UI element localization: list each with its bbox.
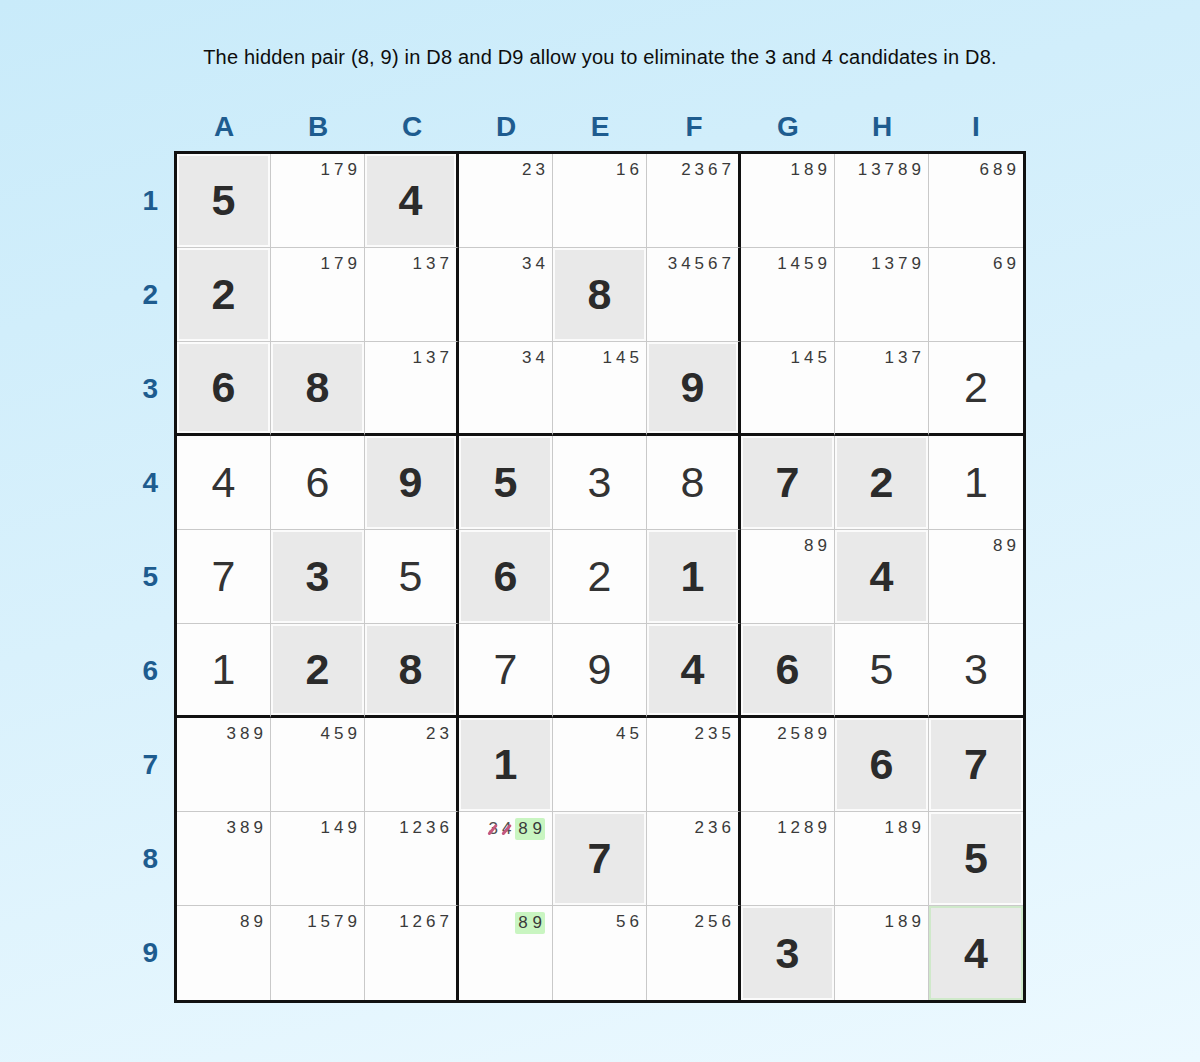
row-header-9: 9 bbox=[122, 906, 174, 1000]
cell-E1[interactable]: 16 bbox=[553, 154, 647, 248]
candidate: 5 bbox=[804, 254, 813, 274]
cell-candidates: 256 bbox=[695, 912, 731, 932]
cell-candidates: 459 bbox=[321, 724, 357, 744]
cell-I3[interactable]: 2 bbox=[929, 342, 1023, 436]
cell-A9[interactable]: 89 bbox=[177, 906, 271, 1000]
candidate: 8 bbox=[898, 912, 907, 932]
candidate: 1 bbox=[603, 348, 612, 368]
candidate: 1 bbox=[885, 348, 894, 368]
candidate: 6 bbox=[722, 818, 731, 838]
cell-candidates: 149 bbox=[321, 818, 357, 838]
candidate: 5 bbox=[722, 724, 731, 744]
candidate: 9 bbox=[348, 160, 357, 180]
candidate: 3 bbox=[695, 160, 704, 180]
cell-value: 6 bbox=[271, 436, 364, 529]
candidate: 6 bbox=[440, 818, 449, 838]
candidate: 2 bbox=[426, 724, 435, 744]
candidate: 1 bbox=[791, 348, 800, 368]
cell-value: 3 bbox=[741, 906, 834, 1000]
cell-G7[interactable]: 2589 bbox=[741, 718, 835, 812]
candidate: 2 bbox=[777, 724, 786, 744]
cell-value: 9 bbox=[647, 342, 738, 433]
board-corner-spacer bbox=[122, 109, 174, 151]
cell-value: 1 bbox=[929, 436, 1023, 529]
cell-value: 5 bbox=[177, 154, 270, 247]
cell-A4[interactable]: 4 bbox=[177, 436, 271, 530]
cell-candidates: 137 bbox=[413, 254, 449, 274]
column-header-I: I bbox=[929, 111, 1023, 151]
cell-value: 4 bbox=[835, 530, 928, 623]
cell-F5[interactable]: 1 bbox=[647, 530, 741, 624]
cell-candidates: 56 bbox=[616, 912, 639, 932]
cell-value: 9 bbox=[365, 436, 456, 529]
candidate: 9 bbox=[348, 912, 357, 932]
candidate: 4 bbox=[681, 254, 690, 274]
cell-F2[interactable]: 34567 bbox=[647, 248, 741, 342]
row-headers: 123456789 bbox=[122, 151, 174, 1003]
cell-I6[interactable]: 3 bbox=[929, 624, 1023, 718]
cell-A2[interactable]: 2 bbox=[177, 248, 271, 342]
candidate: 5 bbox=[616, 912, 625, 932]
cell-candidates: 389 bbox=[227, 724, 263, 744]
cell-value: 4 bbox=[365, 154, 456, 247]
candidate: 1 bbox=[321, 254, 330, 274]
cell-G8[interactable]: 1289 bbox=[741, 812, 835, 906]
cell-candidates: 34 bbox=[522, 254, 545, 274]
candidate: 8 bbox=[240, 724, 249, 744]
cell-candidates: 1459 bbox=[777, 254, 827, 274]
cell-I1[interactable]: 689 bbox=[929, 154, 1023, 248]
candidate: 2 bbox=[413, 818, 422, 838]
cell-value: 1 bbox=[647, 530, 738, 623]
cell-G4[interactable]: 7 bbox=[741, 436, 835, 530]
cell-value: 2 bbox=[553, 530, 646, 623]
page: The hidden pair (8, 9) in D8 and D9 allo… bbox=[0, 0, 1200, 1003]
candidate: 3 bbox=[885, 254, 894, 274]
candidate: 1 bbox=[858, 160, 867, 180]
cell-value: 3 bbox=[271, 530, 364, 623]
cell-D3[interactable]: 34 bbox=[459, 342, 553, 436]
cell-value: 4 bbox=[177, 436, 270, 529]
candidate: 9 bbox=[254, 912, 263, 932]
cell-candidates: 1379 bbox=[871, 254, 921, 274]
cell-A7[interactable]: 389 bbox=[177, 718, 271, 812]
candidate: 4 bbox=[334, 818, 343, 838]
candidate: 4 bbox=[321, 724, 330, 744]
candidate: 9 bbox=[818, 254, 827, 274]
cell-G9[interactable]: 3 bbox=[741, 906, 835, 1000]
cell-I8[interactable]: 5 bbox=[929, 812, 1023, 906]
cell-E8[interactable]: 7 bbox=[553, 812, 647, 906]
candidate: 1 bbox=[413, 348, 422, 368]
cell-value: 3 bbox=[929, 624, 1023, 715]
candidate: 7 bbox=[334, 912, 343, 932]
cell-A8[interactable]: 389 bbox=[177, 812, 271, 906]
candidate: 2 bbox=[522, 160, 531, 180]
cell-F3[interactable]: 9 bbox=[647, 342, 741, 436]
cell-value: 7 bbox=[741, 436, 834, 529]
cell-F9[interactable]: 256 bbox=[647, 906, 741, 1000]
cell-B2[interactable]: 179 bbox=[271, 248, 365, 342]
column-header-A: A bbox=[177, 111, 271, 151]
candidate: 6 bbox=[630, 912, 639, 932]
puzzle-hint-text: The hidden pair (8, 9) in D8 and D9 allo… bbox=[0, 0, 1200, 69]
cell-value: 4 bbox=[929, 906, 1023, 1000]
cell-C7[interactable]: 23 bbox=[365, 718, 459, 812]
candidate: 4 bbox=[536, 254, 545, 274]
cell-F1[interactable]: 2367 bbox=[647, 154, 741, 248]
candidate: 8 bbox=[804, 724, 813, 744]
candidate: 8 bbox=[898, 818, 907, 838]
candidate: 9 bbox=[348, 818, 357, 838]
cell-A5[interactable]: 7 bbox=[177, 530, 271, 624]
row-header-8: 8 bbox=[122, 812, 174, 906]
cell-candidates: 236 bbox=[695, 818, 731, 838]
column-headers: ABCDEFGHI bbox=[174, 109, 1026, 151]
candidate: 7 bbox=[440, 912, 449, 932]
cell-candidates: 235 bbox=[695, 724, 731, 744]
candidate: 1 bbox=[885, 912, 894, 932]
candidate: 5 bbox=[630, 724, 639, 744]
cell-candidates: 137 bbox=[885, 348, 921, 368]
column-header-C: C bbox=[365, 111, 459, 151]
cell-candidates: 145 bbox=[791, 348, 827, 368]
candidate: 8 bbox=[240, 818, 249, 838]
cell-candidates: 2589 bbox=[777, 724, 827, 744]
candidate: 9 bbox=[254, 724, 263, 744]
cell-B6[interactable]: 2 bbox=[271, 624, 365, 718]
cell-value: 6 bbox=[459, 530, 552, 623]
cell-value: 7 bbox=[459, 624, 552, 715]
candidate: 8 bbox=[993, 160, 1002, 180]
candidate: 4 bbox=[536, 348, 545, 368]
cell-candidates: 23 bbox=[426, 724, 449, 744]
candidate: 8 bbox=[240, 912, 249, 932]
cell-value: 6 bbox=[177, 342, 270, 433]
candidate: 1 bbox=[413, 254, 422, 274]
candidate: 3 bbox=[536, 160, 545, 180]
cell-I5[interactable]: 89 bbox=[929, 530, 1023, 624]
cell-candidates: 34567 bbox=[668, 254, 731, 274]
cell-G5[interactable]: 89 bbox=[741, 530, 835, 624]
column-header-F: F bbox=[647, 111, 741, 151]
candidate: 9 bbox=[818, 818, 827, 838]
cell-H7[interactable]: 6 bbox=[835, 718, 929, 812]
candidate: 3 bbox=[440, 724, 449, 744]
candidate: 9 bbox=[912, 254, 921, 274]
candidate: 7 bbox=[334, 160, 343, 180]
cell-candidates: 1236 bbox=[399, 818, 449, 838]
cell-candidates: 8 9 bbox=[515, 912, 545, 934]
cell-candidates: 45 bbox=[616, 724, 639, 744]
cell-F6[interactable]: 4 bbox=[647, 624, 741, 718]
candidate: 8 bbox=[804, 160, 813, 180]
cell-I7[interactable]: 7 bbox=[929, 718, 1023, 812]
candidate: 1 bbox=[307, 912, 316, 932]
candidate: 9 bbox=[912, 912, 921, 932]
candidate: 9 bbox=[254, 818, 263, 838]
cell-F4[interactable]: 8 bbox=[647, 436, 741, 530]
sudoku-board: 5179423162367189137896892179137348345671… bbox=[174, 151, 1026, 1003]
candidate-highlighted: 8 9 bbox=[515, 818, 545, 840]
cell-candidates: 189 bbox=[791, 160, 827, 180]
cell-value: 9 bbox=[553, 624, 646, 715]
cell-H1[interactable]: 13789 bbox=[835, 154, 929, 248]
candidate: 5 bbox=[818, 348, 827, 368]
cell-D2[interactable]: 34 bbox=[459, 248, 553, 342]
cell-E5[interactable]: 2 bbox=[553, 530, 647, 624]
row-header-1: 1 bbox=[122, 154, 174, 248]
candidate: 3 bbox=[522, 348, 531, 368]
candidate: 5 bbox=[334, 724, 343, 744]
candidate: 4 bbox=[616, 724, 625, 744]
cell-value: 5 bbox=[835, 624, 928, 715]
cell-B3[interactable]: 8 bbox=[271, 342, 365, 436]
candidate: 3 bbox=[426, 348, 435, 368]
cell-value: 1 bbox=[177, 624, 270, 715]
cell-candidates: 23 bbox=[522, 160, 545, 180]
candidate-highlighted: 8 9 bbox=[515, 912, 545, 934]
candidate: 7 bbox=[722, 254, 731, 274]
cell-value: 2 bbox=[271, 624, 364, 715]
candidate: 9 bbox=[818, 160, 827, 180]
cell-C5[interactable]: 5 bbox=[365, 530, 459, 624]
candidate: 1 bbox=[777, 818, 786, 838]
cell-G2[interactable]: 1459 bbox=[741, 248, 835, 342]
candidate: 1 bbox=[321, 818, 330, 838]
cell-G3[interactable]: 145 bbox=[741, 342, 835, 436]
cell-F7[interactable]: 235 bbox=[647, 718, 741, 812]
candidate: 7 bbox=[440, 254, 449, 274]
row-header-3: 3 bbox=[122, 342, 174, 436]
candidate: 1 bbox=[885, 818, 894, 838]
candidate: 9 bbox=[1007, 536, 1016, 556]
cell-H4[interactable]: 2 bbox=[835, 436, 929, 530]
candidate: 8 bbox=[993, 536, 1002, 556]
cell-E6[interactable]: 9 bbox=[553, 624, 647, 718]
cell-B4[interactable]: 6 bbox=[271, 436, 365, 530]
candidate: 9 bbox=[912, 818, 921, 838]
candidate: 1 bbox=[399, 912, 408, 932]
candidate: 1 bbox=[399, 818, 408, 838]
cell-D5[interactable]: 6 bbox=[459, 530, 553, 624]
cell-E9[interactable]: 56 bbox=[553, 906, 647, 1000]
cell-value: 2 bbox=[835, 436, 928, 529]
cell-B7[interactable]: 459 bbox=[271, 718, 365, 812]
candidate: 5 bbox=[630, 348, 639, 368]
candidate: 3 bbox=[227, 724, 236, 744]
cell-value: 5 bbox=[459, 436, 552, 529]
cell-C1[interactable]: 4 bbox=[365, 154, 459, 248]
cell-E4[interactable]: 3 bbox=[553, 436, 647, 530]
candidate: 2 bbox=[791, 818, 800, 838]
cell-candidates: 189 bbox=[885, 912, 921, 932]
cell-I2[interactable]: 69 bbox=[929, 248, 1023, 342]
cell-A3[interactable]: 6 bbox=[177, 342, 271, 436]
column-header-D: D bbox=[459, 111, 553, 151]
cell-C4[interactable]: 9 bbox=[365, 436, 459, 530]
candidate: 9 bbox=[348, 254, 357, 274]
candidate: 5 bbox=[708, 912, 717, 932]
cell-D1[interactable]: 23 bbox=[459, 154, 553, 248]
candidate: 9 bbox=[912, 160, 921, 180]
cell-D9[interactable]: 8 9 bbox=[459, 906, 553, 1000]
candidate: 9 bbox=[1007, 254, 1016, 274]
candidate-eliminated: 4 bbox=[502, 819, 511, 839]
cell-candidates: 137 bbox=[413, 348, 449, 368]
cell-E7[interactable]: 45 bbox=[553, 718, 647, 812]
cell-B8[interactable]: 149 bbox=[271, 812, 365, 906]
row-header-7: 7 bbox=[122, 718, 174, 812]
cell-E3[interactable]: 145 bbox=[553, 342, 647, 436]
candidate: 2 bbox=[681, 160, 690, 180]
cell-value: 6 bbox=[741, 624, 834, 715]
cell-candidates: 348 9 bbox=[488, 818, 545, 840]
cell-H3[interactable]: 137 bbox=[835, 342, 929, 436]
candidate: 7 bbox=[440, 348, 449, 368]
cell-candidates: 689 bbox=[980, 160, 1016, 180]
candidate: 9 bbox=[818, 536, 827, 556]
cell-candidates: 89 bbox=[240, 912, 263, 932]
candidate: 1 bbox=[791, 160, 800, 180]
cell-candidates: 145 bbox=[603, 348, 639, 368]
cell-F8[interactable]: 236 bbox=[647, 812, 741, 906]
candidate: 9 bbox=[1007, 160, 1016, 180]
cell-candidates: 189 bbox=[885, 818, 921, 838]
candidate: 1 bbox=[777, 254, 786, 274]
candidate: 1 bbox=[321, 160, 330, 180]
cell-candidates: 2367 bbox=[681, 160, 731, 180]
candidate: 7 bbox=[912, 348, 921, 368]
candidate: 1 bbox=[616, 160, 625, 180]
cell-candidates: 89 bbox=[993, 536, 1016, 556]
cell-B9[interactable]: 1579 bbox=[271, 906, 365, 1000]
cell-candidates: 16 bbox=[616, 160, 639, 180]
column-header-E: E bbox=[553, 111, 647, 151]
cell-candidates: 1579 bbox=[307, 912, 357, 932]
candidate: 5 bbox=[791, 724, 800, 744]
cell-value: 2 bbox=[177, 248, 270, 341]
cell-candidates: 179 bbox=[321, 160, 357, 180]
cell-D6[interactable]: 7 bbox=[459, 624, 553, 718]
candidate: 2 bbox=[695, 724, 704, 744]
cell-candidates: 69 bbox=[993, 254, 1016, 274]
candidate: 9 bbox=[818, 724, 827, 744]
cell-candidates: 389 bbox=[227, 818, 263, 838]
cell-G6[interactable]: 6 bbox=[741, 624, 835, 718]
cell-C8[interactable]: 1236 bbox=[365, 812, 459, 906]
cell-candidates: 1289 bbox=[777, 818, 827, 838]
cell-E2[interactable]: 8 bbox=[553, 248, 647, 342]
cell-value: 8 bbox=[365, 624, 456, 715]
candidate: 2 bbox=[413, 912, 422, 932]
column-header-G: G bbox=[741, 111, 835, 151]
cell-C3[interactable]: 137 bbox=[365, 342, 459, 436]
cell-candidates: 13789 bbox=[858, 160, 921, 180]
cell-value: 7 bbox=[929, 718, 1023, 811]
cell-A6[interactable]: 1 bbox=[177, 624, 271, 718]
cell-value: 2 bbox=[929, 342, 1023, 433]
candidate: 6 bbox=[630, 160, 639, 180]
cell-value: 5 bbox=[365, 530, 456, 623]
candidate: 7 bbox=[898, 254, 907, 274]
cell-value: 7 bbox=[177, 530, 270, 623]
cell-I4[interactable]: 1 bbox=[929, 436, 1023, 530]
candidate: 8 bbox=[898, 160, 907, 180]
column-header-B: B bbox=[271, 111, 365, 151]
cell-C2[interactable]: 137 bbox=[365, 248, 459, 342]
candidate: 1 bbox=[871, 254, 880, 274]
board-area: ABCDEFGHI 123456789 51794231623671891378… bbox=[122, 109, 1200, 1003]
candidate: 8 bbox=[804, 818, 813, 838]
cell-C6[interactable]: 8 bbox=[365, 624, 459, 718]
candidate: 8 bbox=[804, 536, 813, 556]
candidate: 2 bbox=[695, 818, 704, 838]
candidate: 4 bbox=[616, 348, 625, 368]
candidate: 3 bbox=[426, 818, 435, 838]
row-header-6: 6 bbox=[122, 624, 174, 718]
cell-I9[interactable]: 4 bbox=[929, 906, 1023, 1000]
cell-H8[interactable]: 189 bbox=[835, 812, 929, 906]
candidate: 3 bbox=[522, 254, 531, 274]
candidate: 5 bbox=[695, 254, 704, 274]
row-header-4: 4 bbox=[122, 436, 174, 530]
cell-A1[interactable]: 5 bbox=[177, 154, 271, 248]
candidate: 6 bbox=[993, 254, 1002, 274]
cell-D7[interactable]: 1 bbox=[459, 718, 553, 812]
candidate-eliminated: 3 bbox=[488, 819, 497, 839]
cell-D4[interactable]: 5 bbox=[459, 436, 553, 530]
cell-D8[interactable]: 348 9 bbox=[459, 812, 553, 906]
cell-value: 1 bbox=[459, 718, 552, 811]
cell-value: 5 bbox=[929, 812, 1023, 905]
cell-B1[interactable]: 179 bbox=[271, 154, 365, 248]
cell-H9[interactable]: 189 bbox=[835, 906, 929, 1000]
candidate: 3 bbox=[668, 254, 677, 274]
row-header-5: 5 bbox=[122, 530, 174, 624]
column-header-H: H bbox=[835, 111, 929, 151]
candidate: 3 bbox=[426, 254, 435, 274]
cell-H5[interactable]: 4 bbox=[835, 530, 929, 624]
candidate: 7 bbox=[334, 254, 343, 274]
candidate: 7 bbox=[885, 160, 894, 180]
candidate: 9 bbox=[348, 724, 357, 744]
cell-B5[interactable]: 3 bbox=[271, 530, 365, 624]
candidate: 6 bbox=[708, 160, 717, 180]
cell-value: 6 bbox=[835, 718, 928, 811]
candidate: 6 bbox=[426, 912, 435, 932]
candidate: 4 bbox=[804, 348, 813, 368]
candidate: 3 bbox=[227, 818, 236, 838]
cell-H6[interactable]: 5 bbox=[835, 624, 929, 718]
candidate: 6 bbox=[722, 912, 731, 932]
cell-G1[interactable]: 189 bbox=[741, 154, 835, 248]
cell-value: 8 bbox=[647, 436, 738, 529]
candidate: 7 bbox=[722, 160, 731, 180]
candidate: 2 bbox=[695, 912, 704, 932]
cell-candidates: 1267 bbox=[399, 912, 449, 932]
candidate: 3 bbox=[708, 818, 717, 838]
cell-H2[interactable]: 1379 bbox=[835, 248, 929, 342]
candidate: 6 bbox=[980, 160, 989, 180]
cell-C9[interactable]: 1267 bbox=[365, 906, 459, 1000]
cell-value: 8 bbox=[553, 248, 646, 341]
candidate: 6 bbox=[708, 254, 717, 274]
cell-candidates: 89 bbox=[804, 536, 827, 556]
cell-value: 8 bbox=[271, 342, 364, 433]
cell-candidates: 179 bbox=[321, 254, 357, 274]
cell-value: 7 bbox=[553, 812, 646, 905]
